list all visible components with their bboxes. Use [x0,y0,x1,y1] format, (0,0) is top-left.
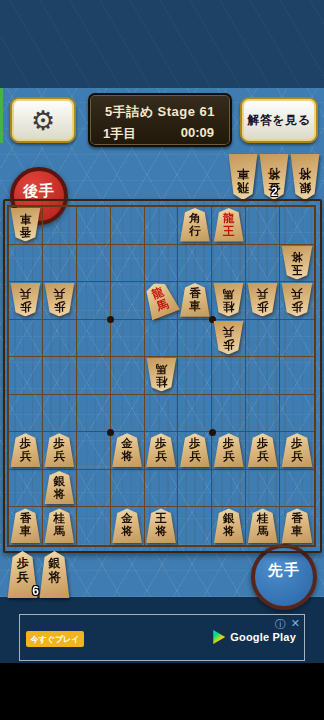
square-8d[interactable] [43,320,77,358]
piece-N-8i[interactable]: 桂馬 [44,508,75,543]
stage-title: 5手詰め Stage 61 [90,103,230,121]
sente-badge: 先手 [251,544,317,610]
square-5b[interactable] [145,245,179,283]
piece-P-9g[interactable]: 歩兵 [10,433,41,467]
piece-p-9c[interactable]: 歩兵 [10,283,41,317]
piece-N-2i[interactable]: 桂馬 [247,508,278,543]
show-answer-button[interactable]: 解答を見る [240,97,318,143]
google-play-label: Google Play [230,631,296,643]
square-8h[interactable]: 銀将 [43,470,77,508]
square-4e[interactable] [178,357,212,395]
square-7c[interactable] [77,282,111,320]
piece-n-3c[interactable]: 桂馬 [213,283,244,317]
square-3a[interactable]: 龍王 [212,207,246,245]
square-5i[interactable]: 王将 [145,507,179,545]
square-3f[interactable] [212,395,246,433]
square-9e[interactable] [9,357,43,395]
google-play-link[interactable]: Google Play [213,630,296,644]
piece-P-2g[interactable]: 歩兵 [247,433,278,467]
piece-+B-5c[interactable]: 龍馬 [146,283,177,317]
square-8i[interactable]: 桂馬 [43,507,77,545]
square-3b[interactable] [212,245,246,283]
piece-k-1b[interactable]: 玉将 [281,246,313,280]
piece-G-6i[interactable]: 金将 [112,508,143,543]
square-2c[interactable]: 歩兵 [246,282,280,320]
board-grid: 香車角行龍王玉将歩兵歩兵龍馬香車桂馬歩兵歩兵歩兵桂馬歩兵歩兵金将歩兵歩兵歩兵歩兵… [7,205,316,547]
gear-icon: ⚙ [31,107,55,134]
square-1c[interactable]: 歩兵 [280,282,314,320]
status-bar-area [0,0,324,88]
square-6c[interactable] [111,282,145,320]
square-1g[interactable]: 歩兵 [280,432,314,470]
piece-l-9a[interactable]: 香車 [10,208,41,242]
piece-L-9i[interactable]: 香車 [10,508,41,543]
piece-p-1c[interactable]: 歩兵 [281,283,313,317]
square-9c[interactable]: 歩兵 [9,282,43,320]
stage-info-panel: 5手詰め Stage 61 1手目 00:09 [88,93,232,147]
square-7d[interactable] [77,320,111,358]
shogi-board: 香車角行龍王玉将歩兵歩兵龍馬香車桂馬歩兵歩兵歩兵桂馬歩兵歩兵金将歩兵歩兵歩兵歩兵… [3,199,322,553]
piece-G-6g[interactable]: 金将 [112,433,143,467]
square-6d[interactable] [111,320,145,358]
piece-+R-3a[interactable]: 龍王 [213,208,244,242]
sente-hand-S[interactable]: 銀将 [39,551,70,598]
square-3h[interactable] [212,470,246,508]
square-1b[interactable]: 玉将 [280,245,314,283]
square-7g[interactable] [77,432,111,470]
square-1d[interactable] [280,320,314,358]
square-8f[interactable] [43,395,77,433]
settings-button[interactable]: ⚙ [10,97,76,143]
square-6f[interactable] [111,395,145,433]
square-4g[interactable]: 歩兵 [178,432,212,470]
piece-P-8g[interactable]: 歩兵 [44,433,75,467]
square-7f[interactable] [77,395,111,433]
move-counter: 1手目 [103,125,136,143]
app-screen: ⚙ 5手詰め Stage 61 1手目 00:09 解答を見る 後手 先手 飛車… [0,0,324,720]
square-5c[interactable]: 龍馬 [145,282,179,320]
square-2d[interactable] [246,320,280,358]
square-5g[interactable]: 歩兵 [145,432,179,470]
square-5e[interactable]: 桂馬 [145,357,179,395]
square-4b[interactable] [178,245,212,283]
square-6g[interactable]: 金将 [111,432,145,470]
ad-info-icon[interactable]: ⓘ [275,617,286,632]
square-3c[interactable]: 桂馬 [212,282,246,320]
square-6a[interactable] [111,207,145,245]
square-4i[interactable] [178,507,212,545]
square-4h[interactable] [178,470,212,508]
square-5d[interactable] [145,320,179,358]
timer: 00:09 [181,125,214,143]
google-play-icon [213,630,225,644]
piece-S-3i[interactable]: 銀将 [213,508,244,543]
square-8b[interactable] [43,245,77,283]
piece-B-4a[interactable]: 角行 [179,208,210,242]
square-9i[interactable]: 香車 [9,507,43,545]
square-8g[interactable]: 歩兵 [43,432,77,470]
hand-count-badge: 2 [271,185,278,199]
piece-S-8h[interactable]: 銀将 [44,471,75,505]
square-1a[interactable] [280,207,314,245]
square-6h[interactable] [111,470,145,508]
square-9g[interactable]: 歩兵 [9,432,43,470]
square-4d[interactable] [178,320,212,358]
square-6e[interactable] [111,357,145,395]
square-2h[interactable] [246,470,280,508]
piece-P-5g[interactable]: 歩兵 [146,433,177,467]
piece-L-4c[interactable]: 香車 [179,283,210,317]
square-1f[interactable] [280,395,314,433]
square-2f[interactable] [246,395,280,433]
piece-p-8c[interactable]: 歩兵 [44,283,75,317]
square-9b[interactable] [9,245,43,283]
piece-K-5i[interactable]: 王将 [146,508,177,543]
square-2i[interactable]: 桂馬 [246,507,280,545]
square-7e[interactable] [77,357,111,395]
square-4f[interactable] [178,395,212,433]
sente-hand-P[interactable]: 歩兵6 [7,551,38,598]
ad-close-icon[interactable]: ✕ [291,617,300,632]
square-3d[interactable]: 歩兵 [212,320,246,358]
piece-P-1g[interactable]: 歩兵 [281,433,313,467]
square-1e[interactable] [280,357,314,395]
square-6b[interactable] [111,245,145,283]
square-7h[interactable] [77,470,111,508]
square-8e[interactable] [43,357,77,395]
square-3g[interactable]: 歩兵 [212,432,246,470]
square-8c[interactable]: 歩兵 [43,282,77,320]
square-9a[interactable]: 香車 [9,207,43,245]
piece-P-4g[interactable]: 歩兵 [179,433,210,467]
ad-play-now-button[interactable]: 今すぐプレイ [26,631,84,647]
square-9f[interactable] [9,395,43,433]
square-3e[interactable] [212,357,246,395]
square-1i[interactable]: 香車 [280,507,314,545]
square-7a[interactable] [77,207,111,245]
gote-hand-r[interactable]: 飛車 [228,154,258,200]
square-6i[interactable]: 金将 [111,507,145,545]
square-8a[interactable] [43,207,77,245]
gote-hand-g[interactable]: 金将2 [259,154,289,200]
bottom-black-bar [0,663,324,720]
square-3i[interactable]: 銀将 [212,507,246,545]
gote-hand-s[interactable]: 銀将 [290,154,320,200]
square-2b[interactable] [246,245,280,283]
piece-n-5e[interactable]: 桂馬 [146,358,177,392]
square-4c[interactable]: 香車 [178,282,212,320]
square-2a[interactable] [246,207,280,245]
hand-count-badge: 6 [32,584,39,598]
square-5f[interactable] [145,395,179,433]
square-9h[interactable] [9,470,43,508]
square-5a[interactable] [145,207,179,245]
square-7i[interactable] [77,507,111,545]
edge-green-strip [0,88,3,143]
square-2g[interactable]: 歩兵 [246,432,280,470]
square-2e[interactable] [246,357,280,395]
piece-P-3g[interactable]: 歩兵 [213,433,244,467]
square-5h[interactable] [145,470,179,508]
ad-banner[interactable]: 今すぐプレイ Google Play ⓘ ✕ [19,614,305,661]
piece-L-1i[interactable]: 香車 [281,508,313,543]
piece-p-3d[interactable]: 歩兵 [213,321,244,355]
piece-p-2c[interactable]: 歩兵 [247,283,278,317]
square-7b[interactable] [77,245,111,283]
square-1h[interactable] [280,470,314,508]
square-4a[interactable]: 角行 [178,207,212,245]
square-9d[interactable] [9,320,43,358]
